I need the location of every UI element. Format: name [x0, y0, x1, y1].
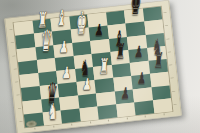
rank-mark-5	[15, 82, 18, 83]
file-mark-h	[34, 128, 35, 130]
chessboard-photo: ♜♝♚♚♟♛♟♝♜♟♞♟♞♜♜♟♟♛♟♞	[0, 0, 200, 133]
piece-white-pawn-e6[interactable]: ♟	[82, 76, 92, 92]
rank-mark-7	[18, 108, 21, 109]
piece-black-pawn-d2[interactable]: ♟	[95, 21, 105, 37]
rank-mark-2	[11, 42, 14, 43]
piece-black-pawn-b4[interactable]: ♟	[134, 43, 144, 59]
rank-mark-right-2	[165, 25, 168, 26]
board-logo	[26, 120, 38, 128]
piece-black-pawn-c7[interactable]: ♟	[120, 85, 130, 101]
rank-mark-right-5	[169, 64, 172, 65]
rank-mark-right-1	[163, 12, 166, 13]
rank-mark-1	[9, 29, 12, 30]
piece-white-pawn-f5[interactable]: ♟	[62, 65, 72, 81]
rank-mark-8	[19, 121, 22, 122]
piece-white-rook-d5[interactable]: ♜	[98, 55, 109, 76]
piece-black-rook-a5[interactable]: ♜	[154, 49, 165, 70]
square-f8[interactable]	[61, 108, 81, 123]
piece-white-king-e2[interactable]: ♚	[75, 8, 87, 39]
piece-black-rook-c4[interactable]: ♜	[115, 40, 126, 61]
file-mark-d	[108, 120, 109, 122]
rank-mark-right-8	[174, 104, 177, 105]
file-mark-f	[71, 124, 72, 126]
square-d8[interactable]	[97, 104, 117, 119]
file-mark-a	[163, 113, 164, 115]
rank-mark-right-4	[168, 51, 171, 52]
piece-black-king-b1[interactable]: ♚	[129, 0, 141, 20]
rank-mark-6	[17, 95, 20, 96]
square-c8[interactable]	[116, 102, 136, 117]
chess-board-grid: ♜♝♚♚♟♛♟♝♜♟♞♟♞♜♜♟♟♛♟♞	[14, 6, 173, 127]
rank-mark-3	[12, 55, 15, 56]
rank-mark-right-3	[166, 38, 169, 39]
square-b8[interactable]	[134, 100, 154, 115]
chess-mat: ♜♝♚♚♟♛♟♝♜♟♞♟♞♜♜♟♟♛♟♞	[4, 0, 182, 133]
rank-mark-4	[14, 68, 17, 69]
square-a8[interactable]	[153, 98, 173, 113]
file-mark-e	[89, 122, 90, 124]
file-mark-b	[145, 115, 146, 117]
piece-white-queen-g3[interactable]: ♛	[40, 27, 52, 56]
piece-white-bishop-f1[interactable]: ♝	[56, 7, 67, 28]
piece-white-pawn-f3[interactable]: ♟	[59, 38, 69, 54]
rank-mark-right-6	[171, 78, 174, 79]
file-mark-g	[53, 126, 54, 128]
square-e8[interactable]	[79, 106, 99, 121]
file-mark-c	[126, 117, 127, 119]
rank-mark-right-7	[172, 91, 175, 92]
piece-white-knight-g8[interactable]: ♞	[48, 100, 59, 122]
square-g8[interactable]: ♞	[42, 110, 62, 125]
piece-black-pawn-b6[interactable]: ♟	[137, 70, 147, 86]
